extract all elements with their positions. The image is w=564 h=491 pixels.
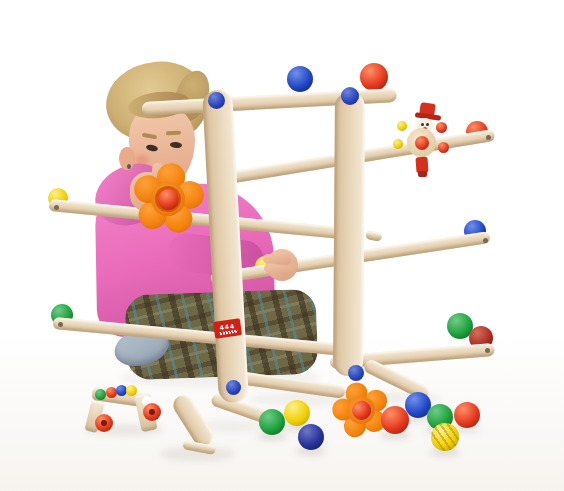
clown-bead-yellow [393,139,403,149]
knob-blue-bottom-left [226,380,241,395]
side-peg [365,230,383,242]
car-bead-yellow [126,385,137,396]
child-eyebrow-right [166,131,181,136]
clown-bead-red [436,122,447,133]
ball-red-on-top-beam [360,63,388,91]
clown-bead-red [438,142,449,153]
right-post [333,92,365,376]
photo-stage: 444 [0,0,564,491]
ball-red-floor-1 [381,406,409,434]
knob-blue-bottom-right [348,365,364,381]
knob-blue-top-left [208,92,225,109]
flower-wheel-on-track [127,158,208,239]
ball-blue-on-top-beam [287,66,313,92]
clown-eye [421,123,424,126]
ball-red-floor-2 [454,402,480,428]
clown-foot-tip [418,171,427,177]
clown-center-disc [415,136,429,150]
ball-green-floor-1 [259,409,285,435]
screw-fourth-track-tip [58,322,63,327]
screw-bottom-track-tip [485,348,490,353]
car-bead-red [106,387,117,398]
child-earring [127,164,131,169]
clown-bead-yellow [397,121,407,131]
screw-third-track-tip [483,238,488,243]
ball-yellow-floor-1 [284,400,310,426]
knob-blue-top-right [341,87,359,105]
rolling-clown-figure [392,102,454,180]
car-axle-rear [149,409,155,415]
car-bead-blue [116,385,127,396]
car-axle-front [101,420,107,426]
car-bead-green [95,389,106,400]
clown-eye [426,123,429,126]
ball-navy-floor [298,424,324,450]
screw-clown-track-tip [486,135,491,140]
screw-second-track-tip [54,205,59,210]
ball-yellow-grooved-floor [431,423,459,451]
